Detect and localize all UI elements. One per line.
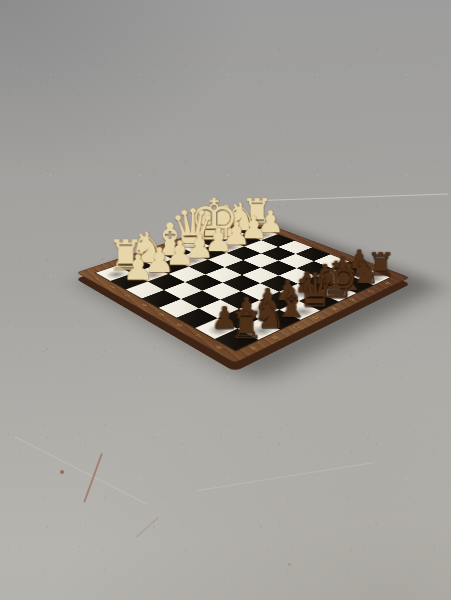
board-scene: 12345678 ABCDEFGH ♜♞♝♛♚♝♞♜♟♟♟♟♟♟♟♟♟♟♟♟♟♟… [124, 157, 360, 393]
board-tilt-wrapper: 12345678 ABCDEFGH ♜♞♝♛♚♝♞♜♟♟♟♟♟♟♟♟♟♟♟♟♟♟… [76, 216, 410, 363]
rust-mark [136, 517, 159, 538]
board-grid: ♜♞♝♛♚♝♞♜♟♟♟♟♟♟♟♟♟♟♟♟♟♟♟♟♜♞♝♛♚♝♞♜ [96, 222, 390, 350]
chess-board: 12345678 ABCDEFGH ♜♞♝♛♚♝♞♜♟♟♟♟♟♟♟♟♟♟♟♟♟♟… [76, 216, 410, 363]
rust-mark [83, 453, 103, 503]
scratch-line [197, 462, 375, 491]
scratch-line [14, 436, 148, 505]
piece-white-pawn: ♟ [122, 250, 149, 285]
rust-speck [60, 470, 64, 474]
concrete-floor: 12345678 ABCDEFGH ♜♞♝♛♚♝♞♜♟♟♟♟♟♟♟♟♟♟♟♟♟♟… [0, 0, 451, 600]
rust-speck [288, 563, 291, 566]
piece-black-rook: ♜ [230, 307, 261, 344]
